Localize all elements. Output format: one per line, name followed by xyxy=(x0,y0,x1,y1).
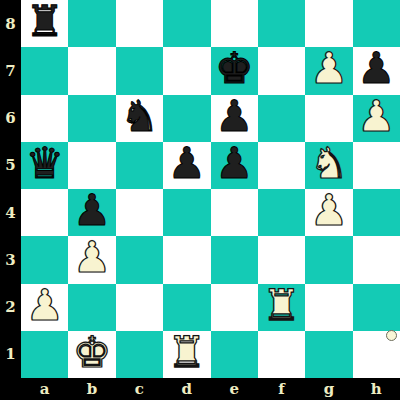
square-f1[interactable] xyxy=(258,331,305,378)
square-c1[interactable] xyxy=(116,331,163,378)
piece-black-pawn-e6[interactable]: ♟ xyxy=(215,95,254,138)
piece-white-king-b1[interactable]: ♚ xyxy=(73,331,112,374)
piece-black-pawn-b4[interactable]: ♟ xyxy=(73,189,112,232)
square-h2[interactable] xyxy=(353,284,400,331)
square-c8[interactable] xyxy=(116,0,163,47)
square-a8[interactable]: ♜ xyxy=(21,0,68,47)
white-to-move-indicator xyxy=(386,330,397,341)
square-d5[interactable]: ♟ xyxy=(163,142,210,189)
piece-white-pawn-g7[interactable]: ♟ xyxy=(310,47,349,90)
square-h7[interactable]: ♟ xyxy=(353,47,400,94)
piece-white-pawn-b3[interactable]: ♟ xyxy=(73,236,112,279)
rank-label-6: 6 xyxy=(0,95,21,142)
square-e4[interactable] xyxy=(211,189,258,236)
file-labels: a b c d e f g h xyxy=(21,378,400,400)
square-d7[interactable] xyxy=(163,47,210,94)
square-d2[interactable] xyxy=(163,284,210,331)
square-a4[interactable] xyxy=(21,189,68,236)
square-h5[interactable] xyxy=(353,142,400,189)
square-g4[interactable]: ♟ xyxy=(305,189,352,236)
square-b2[interactable] xyxy=(68,284,115,331)
file-label-b: b xyxy=(68,378,115,400)
square-d4[interactable] xyxy=(163,189,210,236)
square-c2[interactable] xyxy=(116,284,163,331)
piece-black-knight-c6[interactable]: ♞ xyxy=(120,95,159,138)
square-b7[interactable] xyxy=(68,47,115,94)
square-g2[interactable] xyxy=(305,284,352,331)
chess-board: ♜♚♟♟♞♟♟♛♟♟♞♟♟♟♟♜♚♜ xyxy=(21,0,400,378)
piece-black-pawn-e5[interactable]: ♟ xyxy=(215,142,254,185)
piece-white-knight-g5[interactable]: ♞ xyxy=(310,142,349,185)
piece-black-queen-a5[interactable]: ♛ xyxy=(25,142,64,185)
square-g1[interactable] xyxy=(305,331,352,378)
file-label-f: f xyxy=(258,378,305,400)
square-b3[interactable]: ♟ xyxy=(68,236,115,283)
square-e5[interactable]: ♟ xyxy=(211,142,258,189)
square-g8[interactable] xyxy=(305,0,352,47)
square-h4[interactable] xyxy=(353,189,400,236)
square-f2[interactable]: ♜ xyxy=(258,284,305,331)
square-f8[interactable] xyxy=(258,0,305,47)
piece-white-rook-f2[interactable]: ♜ xyxy=(262,284,301,327)
square-a1[interactable] xyxy=(21,331,68,378)
square-c7[interactable] xyxy=(116,47,163,94)
square-h8[interactable] xyxy=(353,0,400,47)
chess-diagram: 8 7 6 5 4 3 2 1 ♜♚♟♟♞♟♟♛♟♟♞♟♟♟♟♜♚♜ a b c… xyxy=(0,0,400,400)
square-a7[interactable] xyxy=(21,47,68,94)
rank-label-4: 4 xyxy=(0,189,21,236)
rank-label-2: 2 xyxy=(0,284,21,331)
square-a6[interactable] xyxy=(21,95,68,142)
square-d1[interactable]: ♜ xyxy=(163,331,210,378)
square-h6[interactable]: ♟ xyxy=(353,95,400,142)
square-b8[interactable] xyxy=(68,0,115,47)
square-b4[interactable]: ♟ xyxy=(68,189,115,236)
square-b6[interactable] xyxy=(68,95,115,142)
square-c6[interactable]: ♞ xyxy=(116,95,163,142)
square-a2[interactable]: ♟ xyxy=(21,284,68,331)
square-f3[interactable] xyxy=(258,236,305,283)
piece-white-pawn-h6[interactable]: ♟ xyxy=(357,95,396,138)
square-d6[interactable] xyxy=(163,95,210,142)
file-label-a: a xyxy=(21,378,68,400)
square-g3[interactable] xyxy=(305,236,352,283)
piece-black-rook-a8[interactable]: ♜ xyxy=(25,0,64,43)
square-h3[interactable] xyxy=(353,236,400,283)
piece-white-pawn-g4[interactable]: ♟ xyxy=(310,189,349,232)
square-b1[interactable]: ♚ xyxy=(68,331,115,378)
rank-label-5: 5 xyxy=(0,142,21,189)
rank-labels: 8 7 6 5 4 3 2 1 xyxy=(0,0,21,378)
file-label-g: g xyxy=(305,378,352,400)
square-e6[interactable]: ♟ xyxy=(211,95,258,142)
piece-black-pawn-d5[interactable]: ♟ xyxy=(168,142,207,185)
square-e7[interactable]: ♚ xyxy=(211,47,258,94)
square-e8[interactable] xyxy=(211,0,258,47)
piece-black-pawn-h7[interactable]: ♟ xyxy=(357,47,396,90)
square-g7[interactable]: ♟ xyxy=(305,47,352,94)
rank-label-8: 8 xyxy=(0,0,21,47)
square-f5[interactable] xyxy=(258,142,305,189)
square-d3[interactable] xyxy=(163,236,210,283)
rank-label-7: 7 xyxy=(0,47,21,94)
square-e2[interactable] xyxy=(211,284,258,331)
square-c4[interactable] xyxy=(116,189,163,236)
file-label-e: e xyxy=(211,378,258,400)
square-f6[interactable] xyxy=(258,95,305,142)
rank-label-1: 1 xyxy=(0,331,21,378)
square-a3[interactable] xyxy=(21,236,68,283)
piece-white-pawn-a2[interactable]: ♟ xyxy=(25,284,64,327)
square-e3[interactable] xyxy=(211,236,258,283)
rank-label-3: 3 xyxy=(0,236,21,283)
square-f7[interactable] xyxy=(258,47,305,94)
square-g6[interactable] xyxy=(305,95,352,142)
square-g5[interactable]: ♞ xyxy=(305,142,352,189)
square-e1[interactable] xyxy=(211,331,258,378)
square-a5[interactable]: ♛ xyxy=(21,142,68,189)
file-label-h: h xyxy=(353,378,400,400)
square-d8[interactable] xyxy=(163,0,210,47)
piece-white-rook-d1[interactable]: ♜ xyxy=(168,331,207,374)
square-b5[interactable] xyxy=(68,142,115,189)
file-label-c: c xyxy=(116,378,163,400)
square-f4[interactable] xyxy=(258,189,305,236)
file-label-d: d xyxy=(163,378,210,400)
square-c3[interactable] xyxy=(116,236,163,283)
piece-black-king-e7[interactable]: ♚ xyxy=(215,47,254,90)
square-c5[interactable] xyxy=(116,142,163,189)
